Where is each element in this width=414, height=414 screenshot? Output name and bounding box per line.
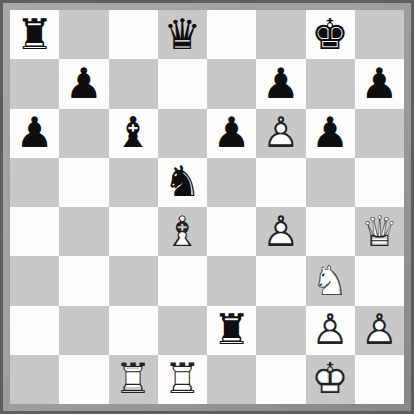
- board-frame: ♜♛♚♟♟♟♟♝♟♟♙♟♞♝♗♟♙♛♕♞♘♜♟♙♟♙♜♖♜♖♚♔: [0, 0, 414, 414]
- square-c8[interactable]: [109, 10, 158, 59]
- square-g4[interactable]: [306, 207, 355, 256]
- piece-black-king[interactable]: ♚: [306, 10, 355, 59]
- white-piece-outline-glyph: ♗: [158, 207, 207, 256]
- piece-black-queen[interactable]: ♛: [158, 10, 207, 59]
- white-piece-outline-glyph: ♙: [306, 306, 355, 355]
- square-e7[interactable]: [207, 59, 256, 108]
- square-g8[interactable]: ♚: [306, 10, 355, 59]
- white-piece-outline-glyph: ♔: [306, 355, 355, 404]
- square-f3[interactable]: [256, 256, 305, 305]
- square-d7[interactable]: [158, 59, 207, 108]
- square-b4[interactable]: [59, 207, 108, 256]
- square-d2[interactable]: [158, 306, 207, 355]
- piece-black-bishop[interactable]: ♝: [109, 109, 158, 158]
- square-e8[interactable]: [207, 10, 256, 59]
- square-b1[interactable]: [59, 355, 108, 404]
- piece-white-pawn[interactable]: ♟♙: [306, 306, 355, 355]
- white-piece-outline-glyph: ♕: [355, 207, 404, 256]
- square-a1[interactable]: [10, 355, 59, 404]
- square-f1[interactable]: [256, 355, 305, 404]
- square-a2[interactable]: [10, 306, 59, 355]
- square-e2[interactable]: ♜: [207, 306, 256, 355]
- square-f7[interactable]: ♟: [256, 59, 305, 108]
- piece-black-pawn[interactable]: ♟: [306, 109, 355, 158]
- square-c6[interactable]: ♝: [109, 109, 158, 158]
- square-f2[interactable]: [256, 306, 305, 355]
- square-c2[interactable]: [109, 306, 158, 355]
- piece-white-king[interactable]: ♚♔: [306, 355, 355, 404]
- square-g6[interactable]: ♟: [306, 109, 355, 158]
- square-c3[interactable]: [109, 256, 158, 305]
- white-piece-outline-glyph: ♙: [256, 207, 305, 256]
- piece-white-pawn[interactable]: ♟♙: [256, 207, 305, 256]
- square-e5[interactable]: [207, 158, 256, 207]
- piece-white-pawn[interactable]: ♟♙: [355, 306, 404, 355]
- square-g3[interactable]: ♞♘: [306, 256, 355, 305]
- square-d6[interactable]: [158, 109, 207, 158]
- square-f6[interactable]: ♟♙: [256, 109, 305, 158]
- piece-white-knight[interactable]: ♞♘: [306, 256, 355, 305]
- square-h3[interactable]: [355, 256, 404, 305]
- white-piece-outline-glyph: ♖: [158, 355, 207, 404]
- square-h5[interactable]: [355, 158, 404, 207]
- square-h2[interactable]: ♟♙: [355, 306, 404, 355]
- piece-black-rook[interactable]: ♜: [207, 306, 256, 355]
- piece-white-rook[interactable]: ♜♖: [158, 355, 207, 404]
- square-c5[interactable]: [109, 158, 158, 207]
- square-b6[interactable]: [59, 109, 108, 158]
- square-e6[interactable]: ♟: [207, 109, 256, 158]
- square-b3[interactable]: [59, 256, 108, 305]
- piece-black-knight[interactable]: ♞: [158, 158, 207, 207]
- piece-white-pawn[interactable]: ♟♙: [256, 109, 305, 158]
- piece-white-rook[interactable]: ♜♖: [109, 355, 158, 404]
- square-e3[interactable]: [207, 256, 256, 305]
- white-piece-outline-glyph: ♙: [355, 306, 404, 355]
- square-d8[interactable]: ♛: [158, 10, 207, 59]
- square-a4[interactable]: [10, 207, 59, 256]
- square-g5[interactable]: [306, 158, 355, 207]
- piece-black-pawn[interactable]: ♟: [256, 59, 305, 108]
- square-d4[interactable]: ♝♗: [158, 207, 207, 256]
- square-c1[interactable]: ♜♖: [109, 355, 158, 404]
- square-c7[interactable]: [109, 59, 158, 108]
- square-e1[interactable]: [207, 355, 256, 404]
- square-h8[interactable]: [355, 10, 404, 59]
- square-g1[interactable]: ♚♔: [306, 355, 355, 404]
- square-b5[interactable]: [59, 158, 108, 207]
- square-a8[interactable]: ♜: [10, 10, 59, 59]
- white-piece-outline-glyph: ♙: [256, 109, 305, 158]
- square-g2[interactable]: ♟♙: [306, 306, 355, 355]
- square-b7[interactable]: ♟: [59, 59, 108, 108]
- square-c4[interactable]: [109, 207, 158, 256]
- piece-white-bishop[interactable]: ♝♗: [158, 207, 207, 256]
- square-e4[interactable]: [207, 207, 256, 256]
- square-f5[interactable]: [256, 158, 305, 207]
- square-h1[interactable]: [355, 355, 404, 404]
- square-d1[interactable]: ♜♖: [158, 355, 207, 404]
- square-h6[interactable]: [355, 109, 404, 158]
- square-a6[interactable]: ♟: [10, 109, 59, 158]
- square-b8[interactable]: [59, 10, 108, 59]
- square-h7[interactable]: ♟: [355, 59, 404, 108]
- piece-black-pawn[interactable]: ♟: [207, 109, 256, 158]
- square-f4[interactable]: ♟♙: [256, 207, 305, 256]
- square-g7[interactable]: [306, 59, 355, 108]
- square-a3[interactable]: [10, 256, 59, 305]
- square-b2[interactable]: [59, 306, 108, 355]
- square-a7[interactable]: [10, 59, 59, 108]
- chess-board: ♜♛♚♟♟♟♟♝♟♟♙♟♞♝♗♟♙♛♕♞♘♜♟♙♟♙♜♖♜♖♚♔: [10, 10, 404, 404]
- piece-black-rook[interactable]: ♜: [10, 10, 59, 59]
- piece-black-pawn[interactable]: ♟: [59, 59, 108, 108]
- square-f8[interactable]: [256, 10, 305, 59]
- piece-black-pawn[interactable]: ♟: [10, 109, 59, 158]
- square-h4[interactable]: ♛♕: [355, 207, 404, 256]
- square-d5[interactable]: ♞: [158, 158, 207, 207]
- piece-black-pawn[interactable]: ♟: [355, 59, 404, 108]
- white-piece-outline-glyph: ♖: [109, 355, 158, 404]
- piece-white-queen[interactable]: ♛♕: [355, 207, 404, 256]
- square-a5[interactable]: [10, 158, 59, 207]
- square-d3[interactable]: [158, 256, 207, 305]
- white-piece-outline-glyph: ♘: [306, 256, 355, 305]
